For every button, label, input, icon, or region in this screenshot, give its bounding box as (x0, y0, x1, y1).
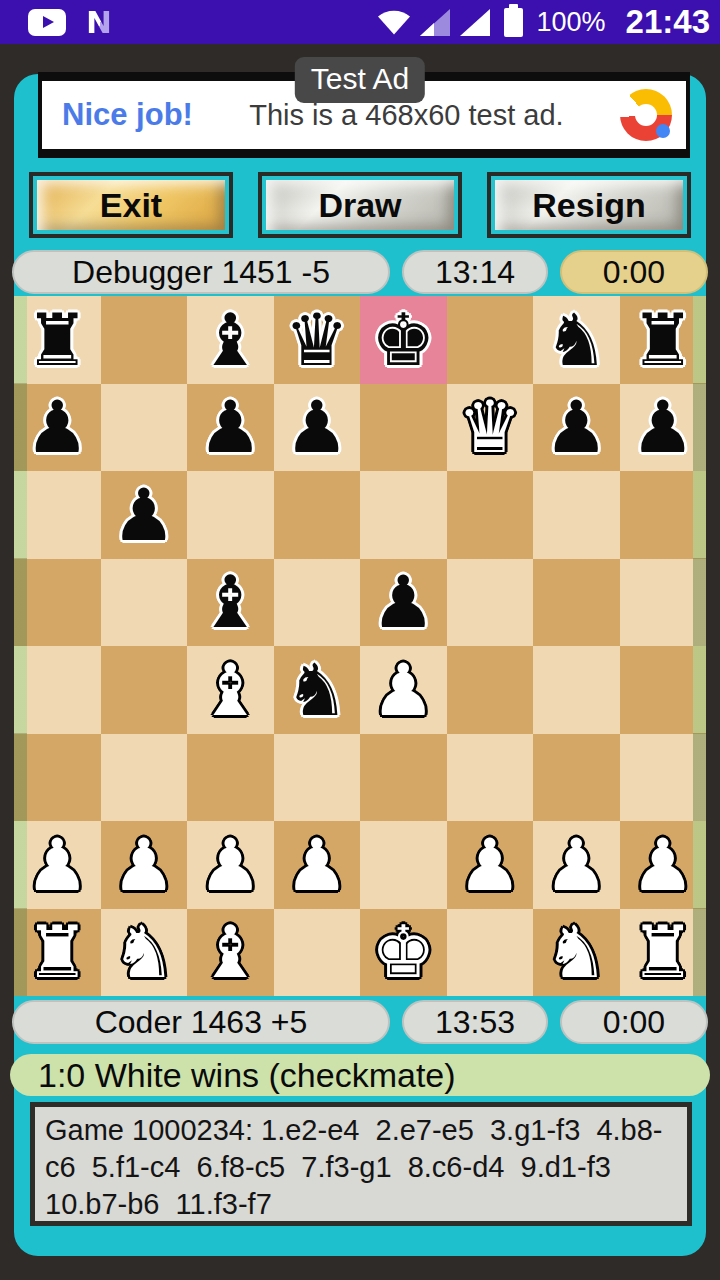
signal-icon-sim2 (460, 9, 490, 36)
square-g5[interactable] (533, 559, 620, 647)
chess-board[interactable]: ♜♝♛♚♞♜♟♟♟♛♟♟♟♝♟♝♞♟♟♟♟♟♟♟♟♜♞♝♚♞♜ (14, 296, 706, 996)
square-f2[interactable]: ♟ (447, 821, 534, 909)
player-delay-clock: 0:00 (560, 1000, 708, 1044)
square-e1[interactable]: ♚ (360, 909, 447, 997)
button-row: Exit Draw Resign (14, 172, 706, 238)
black-queen: ♛ (284, 304, 349, 376)
square-d6[interactable] (274, 471, 361, 559)
square-b3[interactable] (101, 734, 188, 822)
player-row: Coder 1463 +5 13:53 0:00 (12, 1000, 708, 1044)
white-pawn: ♟ (111, 829, 176, 901)
square-g6[interactable] (533, 471, 620, 559)
square-e4[interactable]: ♟ (360, 646, 447, 734)
black-rook: ♜ (25, 304, 90, 376)
square-e2[interactable] (360, 821, 447, 909)
square-b1[interactable]: ♞ (101, 909, 188, 997)
white-pawn: ♟ (457, 829, 522, 901)
opponent-clock: 13:14 (402, 250, 548, 294)
square-e7[interactable] (360, 384, 447, 472)
square-g4[interactable] (533, 646, 620, 734)
black-knight: ♞ (544, 304, 609, 376)
square-b6[interactable]: ♟ (101, 471, 188, 559)
draw-button[interactable]: Draw (258, 172, 462, 238)
square-c2[interactable]: ♟ (187, 821, 274, 909)
player-clock: 13:53 (402, 1000, 548, 1044)
result-banner: 1:0 White wins (checkmate) (10, 1054, 710, 1096)
player-name: Coder 1463 +5 (12, 1000, 390, 1044)
test-ad-chip: Test Ad (295, 57, 425, 103)
square-c7[interactable]: ♟ (187, 384, 274, 472)
white-knight: ♞ (544, 916, 609, 988)
square-g8[interactable]: ♞ (533, 296, 620, 384)
square-f5[interactable] (447, 559, 534, 647)
square-b2[interactable]: ♟ (101, 821, 188, 909)
white-pawn: ♟ (544, 829, 609, 901)
battery-percent: 100% (537, 7, 606, 38)
black-king: ♚ (371, 304, 436, 376)
move-list: Game 1000234: 1.e2-e4 2.e7-e5 3.g1-f3 4.… (30, 1102, 692, 1226)
white-pawn: ♟ (284, 829, 349, 901)
white-pawn: ♟ (630, 829, 695, 901)
square-e5[interactable]: ♟ (360, 559, 447, 647)
black-bishop: ♝ (198, 566, 263, 638)
resign-button[interactable]: Resign (487, 172, 691, 238)
white-rook: ♜ (630, 916, 695, 988)
square-g2[interactable]: ♟ (533, 821, 620, 909)
white-king: ♚ (371, 916, 436, 988)
opponent-delay-clock: 0:00 (560, 250, 708, 294)
square-g7[interactable]: ♟ (533, 384, 620, 472)
status-bar: N 100% 21:43 (0, 0, 720, 44)
youtube-icon (28, 9, 66, 36)
square-b5[interactable] (101, 559, 188, 647)
square-d4[interactable]: ♞ (274, 646, 361, 734)
square-f3[interactable] (447, 734, 534, 822)
square-c6[interactable] (187, 471, 274, 559)
black-bishop: ♝ (198, 304, 263, 376)
square-e8[interactable]: ♚ (360, 296, 447, 384)
exit-button[interactable]: Exit (29, 172, 233, 238)
square-c8[interactable]: ♝ (187, 296, 274, 384)
battery-icon (504, 8, 523, 37)
opponent-row: Debugger 1451 -5 13:14 0:00 (12, 250, 708, 294)
square-c1[interactable]: ♝ (187, 909, 274, 997)
wifi-icon (378, 10, 410, 35)
square-f4[interactable] (447, 646, 534, 734)
square-f1[interactable] (447, 909, 534, 997)
white-bishop: ♝ (198, 916, 263, 988)
admob-icon[interactable] (620, 89, 672, 141)
square-f8[interactable] (447, 296, 534, 384)
black-knight: ♞ (284, 654, 349, 726)
square-b4[interactable] (101, 646, 188, 734)
square-e3[interactable] (360, 734, 447, 822)
square-g3[interactable] (533, 734, 620, 822)
black-pawn: ♟ (198, 391, 263, 463)
square-e6[interactable] (360, 471, 447, 559)
square-g1[interactable]: ♞ (533, 909, 620, 997)
black-pawn: ♟ (544, 391, 609, 463)
square-d5[interactable] (274, 559, 361, 647)
white-queen: ♛ (457, 391, 522, 463)
black-pawn: ♟ (25, 391, 90, 463)
black-pawn: ♟ (630, 391, 695, 463)
white-knight: ♞ (111, 916, 176, 988)
square-d2[interactable]: ♟ (274, 821, 361, 909)
square-c4[interactable]: ♝ (187, 646, 274, 734)
ad-body-text: This is a 468x60 test ad. (193, 99, 620, 132)
signal-icon-sim1 (420, 9, 450, 36)
white-pawn: ♟ (25, 829, 90, 901)
white-rook: ♜ (25, 916, 90, 988)
android-n-icon: N (86, 7, 112, 38)
black-rook: ♜ (630, 304, 695, 376)
white-pawn: ♟ (371, 654, 436, 726)
square-c5[interactable]: ♝ (187, 559, 274, 647)
white-pawn: ♟ (198, 829, 263, 901)
opponent-name: Debugger 1451 -5 (12, 250, 390, 294)
square-f6[interactable] (447, 471, 534, 559)
white-bishop: ♝ (198, 654, 263, 726)
square-f7[interactable]: ♛ (447, 384, 534, 472)
square-b8[interactable] (101, 296, 188, 384)
clock-time: 21:43 (626, 3, 710, 41)
black-pawn: ♟ (284, 391, 349, 463)
square-b7[interactable] (101, 384, 188, 472)
black-pawn: ♟ (371, 566, 436, 638)
square-d7[interactable]: ♟ (274, 384, 361, 472)
square-c3[interactable] (187, 734, 274, 822)
board-right-edge (693, 296, 706, 996)
square-d1[interactable] (274, 909, 361, 997)
square-d8[interactable]: ♛ (274, 296, 361, 384)
ad-headline[interactable]: Nice job! (62, 97, 193, 133)
square-d3[interactable] (274, 734, 361, 822)
board-left-edge (14, 296, 27, 996)
black-pawn: ♟ (111, 479, 176, 551)
